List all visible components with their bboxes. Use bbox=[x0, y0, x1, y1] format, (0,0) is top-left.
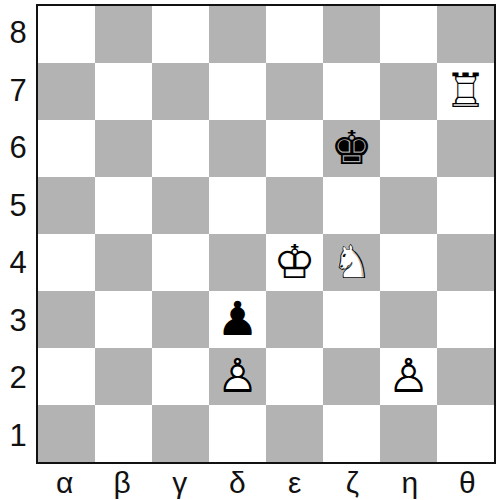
file-label-ε: ε bbox=[266, 464, 324, 500]
square-γ3[interactable] bbox=[152, 291, 209, 348]
square-α7[interactable] bbox=[38, 63, 95, 120]
file-labels: αβγδεζηθ bbox=[36, 464, 496, 500]
square-γ8[interactable] bbox=[152, 6, 209, 63]
square-ε5[interactable] bbox=[266, 177, 323, 234]
square-α3[interactable] bbox=[38, 291, 95, 348]
square-δ5[interactable] bbox=[209, 177, 266, 234]
white-pawn-outline: ♙ bbox=[216, 352, 258, 399]
black-pawn[interactable]: ♟ bbox=[209, 291, 266, 348]
square-η5[interactable] bbox=[380, 177, 437, 234]
chess-board: ♜♖♚♚♔♞♘♟♟♙♟♙ bbox=[36, 4, 496, 464]
black-pawn-glyph: ♟ bbox=[216, 295, 258, 342]
square-β4[interactable] bbox=[95, 234, 152, 291]
file-label-η: η bbox=[381, 464, 439, 500]
square-α1[interactable] bbox=[38, 405, 95, 462]
square-β5[interactable] bbox=[95, 177, 152, 234]
file-label-α: α bbox=[36, 464, 94, 500]
square-δ3[interactable]: ♟ bbox=[209, 291, 266, 348]
square-γ4[interactable] bbox=[152, 234, 209, 291]
rank-label-5: 5 bbox=[0, 177, 36, 235]
square-ε7[interactable] bbox=[266, 63, 323, 120]
square-β2[interactable] bbox=[95, 348, 152, 405]
file-label-ζ: ζ bbox=[324, 464, 382, 500]
white-king-outline: ♔ bbox=[273, 238, 315, 285]
black-king[interactable]: ♚ bbox=[323, 120, 380, 177]
chess-diagram: 87654321 ♜♖♚♚♔♞♘♟♟♙♟♙ αβγδεζηθ bbox=[0, 0, 500, 500]
rank-label-6: 6 bbox=[0, 119, 36, 177]
square-ε1[interactable] bbox=[266, 405, 323, 462]
file-label-β: β bbox=[94, 464, 152, 500]
square-θ2[interactable] bbox=[437, 348, 494, 405]
square-α5[interactable] bbox=[38, 177, 95, 234]
square-θ4[interactable] bbox=[437, 234, 494, 291]
square-β7[interactable] bbox=[95, 63, 152, 120]
square-ζ5[interactable] bbox=[323, 177, 380, 234]
square-θ7[interactable]: ♜♖ bbox=[437, 63, 494, 120]
square-ζ7[interactable] bbox=[323, 63, 380, 120]
white-rook[interactable]: ♜♖ bbox=[437, 63, 494, 120]
square-γ6[interactable] bbox=[152, 120, 209, 177]
square-θ1[interactable] bbox=[437, 405, 494, 462]
white-knight[interactable]: ♞♘ bbox=[323, 234, 380, 291]
square-η4[interactable] bbox=[380, 234, 437, 291]
square-θ5[interactable] bbox=[437, 177, 494, 234]
square-δ6[interactable] bbox=[209, 120, 266, 177]
white-king[interactable]: ♚♔ bbox=[266, 234, 323, 291]
white-knight-outline: ♘ bbox=[330, 238, 372, 285]
square-ε3[interactable] bbox=[266, 291, 323, 348]
square-α6[interactable] bbox=[38, 120, 95, 177]
square-δ7[interactable] bbox=[209, 63, 266, 120]
square-δ1[interactable] bbox=[209, 405, 266, 462]
rank-labels: 87654321 bbox=[0, 4, 36, 464]
file-label-γ: γ bbox=[151, 464, 209, 500]
file-label-θ: θ bbox=[439, 464, 497, 500]
square-ζ1[interactable] bbox=[323, 405, 380, 462]
square-ε8[interactable] bbox=[266, 6, 323, 63]
rank-label-4: 4 bbox=[0, 234, 36, 292]
white-pawn-outline: ♙ bbox=[387, 352, 429, 399]
square-γ5[interactable] bbox=[152, 177, 209, 234]
square-β8[interactable] bbox=[95, 6, 152, 63]
square-ζ4[interactable]: ♞♘ bbox=[323, 234, 380, 291]
square-δ2[interactable]: ♟♙ bbox=[209, 348, 266, 405]
square-δ4[interactable] bbox=[209, 234, 266, 291]
square-ζ6[interactable]: ♚ bbox=[323, 120, 380, 177]
square-η8[interactable] bbox=[380, 6, 437, 63]
rank-label-3: 3 bbox=[0, 292, 36, 350]
square-δ8[interactable] bbox=[209, 6, 266, 63]
square-γ7[interactable] bbox=[152, 63, 209, 120]
square-η6[interactable] bbox=[380, 120, 437, 177]
square-α4[interactable] bbox=[38, 234, 95, 291]
square-η1[interactable] bbox=[380, 405, 437, 462]
square-γ1[interactable] bbox=[152, 405, 209, 462]
square-θ8[interactable] bbox=[437, 6, 494, 63]
square-γ2[interactable] bbox=[152, 348, 209, 405]
white-pawn[interactable]: ♟♙ bbox=[380, 348, 437, 405]
rank-label-2: 2 bbox=[0, 349, 36, 407]
square-β3[interactable] bbox=[95, 291, 152, 348]
square-η2[interactable]: ♟♙ bbox=[380, 348, 437, 405]
rank-label-7: 7 bbox=[0, 62, 36, 120]
square-β6[interactable] bbox=[95, 120, 152, 177]
white-pawn[interactable]: ♟♙ bbox=[209, 348, 266, 405]
white-rook-outline: ♖ bbox=[444, 67, 486, 114]
file-label-δ: δ bbox=[209, 464, 267, 500]
square-ε4[interactable]: ♚♔ bbox=[266, 234, 323, 291]
square-ζ3[interactable] bbox=[323, 291, 380, 348]
square-ε6[interactable] bbox=[266, 120, 323, 177]
square-ζ8[interactable] bbox=[323, 6, 380, 63]
black-king-glyph: ♚ bbox=[330, 124, 372, 171]
square-η3[interactable] bbox=[380, 291, 437, 348]
square-α8[interactable] bbox=[38, 6, 95, 63]
square-θ6[interactable] bbox=[437, 120, 494, 177]
square-ζ2[interactable] bbox=[323, 348, 380, 405]
square-ε2[interactable] bbox=[266, 348, 323, 405]
rank-label-1: 1 bbox=[0, 407, 36, 465]
square-β1[interactable] bbox=[95, 405, 152, 462]
square-α2[interactable] bbox=[38, 348, 95, 405]
square-θ3[interactable] bbox=[437, 291, 494, 348]
square-η7[interactable] bbox=[380, 63, 437, 120]
rank-label-8: 8 bbox=[0, 4, 36, 62]
